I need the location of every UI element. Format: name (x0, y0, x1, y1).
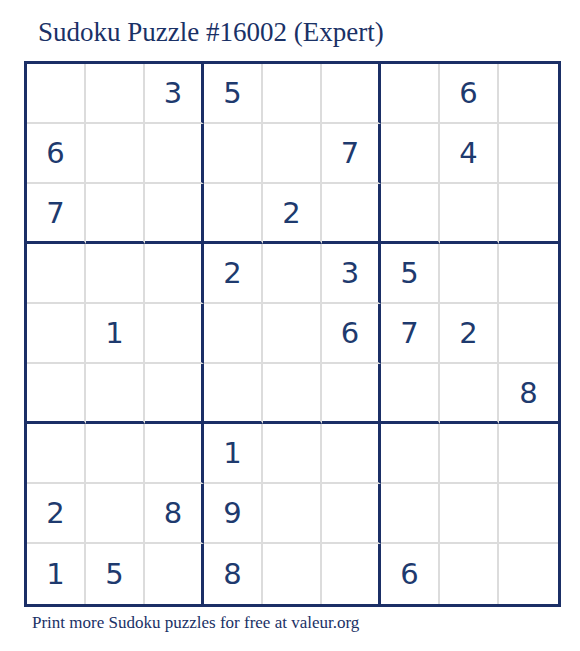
cell-r9c5[interactable] (263, 544, 322, 604)
cell-r2c5[interactable] (263, 124, 322, 184)
sudoku-page: Sudoku Puzzle #16002 (Expert) 3566747223… (0, 0, 580, 651)
cell-r2c3[interactable] (145, 124, 204, 184)
cell-r5c6[interactable]: 6 (322, 304, 381, 364)
cell-r5c1[interactable] (27, 304, 86, 364)
cell-r6c1[interactable] (27, 364, 86, 424)
cell-r6c5[interactable] (263, 364, 322, 424)
cell-r9c3[interactable] (145, 544, 204, 604)
cell-r9c4[interactable]: 8 (204, 544, 263, 604)
cell-r1c3[interactable]: 3 (145, 64, 204, 124)
cell-r5c9[interactable] (499, 304, 558, 364)
cell-r2c8[interactable]: 4 (440, 124, 499, 184)
cell-r1c4[interactable]: 5 (204, 64, 263, 124)
cell-r6c6[interactable] (322, 364, 381, 424)
cell-r6c4[interactable] (204, 364, 263, 424)
cell-r4c6[interactable]: 3 (322, 244, 381, 304)
cell-r8c7[interactable] (381, 484, 440, 544)
cell-r8c6[interactable] (322, 484, 381, 544)
cell-r5c5[interactable] (263, 304, 322, 364)
cell-r6c7[interactable] (381, 364, 440, 424)
cell-r7c1[interactable] (27, 424, 86, 484)
cell-r7c4[interactable]: 1 (204, 424, 263, 484)
cell-r3c3[interactable] (145, 184, 204, 244)
cell-r5c4[interactable] (204, 304, 263, 364)
cell-r7c3[interactable] (145, 424, 204, 484)
cell-r2c2[interactable] (86, 124, 145, 184)
cell-r1c2[interactable] (86, 64, 145, 124)
page-title: Sudoku Puzzle #16002 (Expert) (38, 16, 384, 48)
sudoku-board: 356674722351672812891586 (24, 61, 561, 607)
cell-r1c5[interactable] (263, 64, 322, 124)
cell-r2c6[interactable]: 7 (322, 124, 381, 184)
cell-r1c7[interactable] (381, 64, 440, 124)
cell-r4c7[interactable]: 5 (381, 244, 440, 304)
cell-r3c5[interactable]: 2 (263, 184, 322, 244)
cell-r5c3[interactable] (145, 304, 204, 364)
cell-r7c5[interactable] (263, 424, 322, 484)
cell-r3c4[interactable] (204, 184, 263, 244)
cell-r8c4[interactable]: 9 (204, 484, 263, 544)
cell-r1c9[interactable] (499, 64, 558, 124)
cell-r1c6[interactable] (322, 64, 381, 124)
cell-r9c2[interactable]: 5 (86, 544, 145, 604)
cell-r7c2[interactable] (86, 424, 145, 484)
cell-r2c9[interactable] (499, 124, 558, 184)
cell-r6c3[interactable] (145, 364, 204, 424)
cell-r6c9[interactable]: 8 (499, 364, 558, 424)
cell-r3c6[interactable] (322, 184, 381, 244)
cell-r3c2[interactable] (86, 184, 145, 244)
cell-r9c7[interactable]: 6 (381, 544, 440, 604)
cell-r2c4[interactable] (204, 124, 263, 184)
cell-r7c7[interactable] (381, 424, 440, 484)
cell-r7c9[interactable] (499, 424, 558, 484)
cell-r4c2[interactable] (86, 244, 145, 304)
cell-r8c5[interactable] (263, 484, 322, 544)
cell-r5c2[interactable]: 1 (86, 304, 145, 364)
cell-r7c8[interactable] (440, 424, 499, 484)
cell-r6c2[interactable] (86, 364, 145, 424)
cell-r2c7[interactable] (381, 124, 440, 184)
cell-r8c3[interactable]: 8 (145, 484, 204, 544)
cell-r5c7[interactable]: 7 (381, 304, 440, 364)
cell-r9c8[interactable] (440, 544, 499, 604)
cell-r8c1[interactable]: 2 (27, 484, 86, 544)
footer-text: Print more Sudoku puzzles for free at va… (32, 613, 359, 633)
cell-r3c9[interactable] (499, 184, 558, 244)
cell-r4c5[interactable] (263, 244, 322, 304)
cell-r9c6[interactable] (322, 544, 381, 604)
cell-r9c1[interactable]: 1 (27, 544, 86, 604)
cell-r8c9[interactable] (499, 484, 558, 544)
cell-r3c8[interactable] (440, 184, 499, 244)
cell-r1c1[interactable] (27, 64, 86, 124)
cell-r4c4[interactable]: 2 (204, 244, 263, 304)
cell-r4c1[interactable] (27, 244, 86, 304)
cell-r4c9[interactable] (499, 244, 558, 304)
cell-r1c8[interactable]: 6 (440, 64, 499, 124)
cell-r3c7[interactable] (381, 184, 440, 244)
cell-r2c1[interactable]: 6 (27, 124, 86, 184)
cell-r7c6[interactable] (322, 424, 381, 484)
cell-r4c8[interactable] (440, 244, 499, 304)
cell-r8c2[interactable] (86, 484, 145, 544)
cell-r9c9[interactable] (499, 544, 558, 604)
cell-r6c8[interactable] (440, 364, 499, 424)
cell-r8c8[interactable] (440, 484, 499, 544)
cell-r3c1[interactable]: 7 (27, 184, 86, 244)
cell-r4c3[interactable] (145, 244, 204, 304)
cell-r5c8[interactable]: 2 (440, 304, 499, 364)
